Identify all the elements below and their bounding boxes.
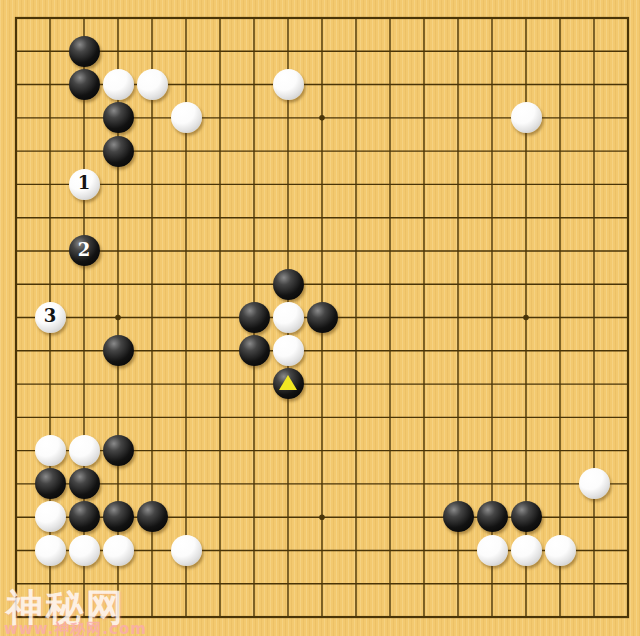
intersection-5-9 (169, 301, 203, 334)
intersection-5-1 (169, 35, 203, 68)
intersection-18-15 (611, 500, 640, 533)
intersection-8-12 (271, 401, 305, 434)
intersection-18-11 (611, 367, 640, 400)
intersection-5-11 (169, 367, 203, 400)
intersection-0-16 (0, 534, 33, 567)
intersection-7-1 (237, 35, 271, 68)
intersection-18-6 (611, 201, 640, 234)
intersection-11-2 (373, 68, 407, 101)
intersection-14-14 (475, 467, 509, 500)
intersection-1-6 (33, 201, 67, 234)
intersection-13-3 (441, 101, 475, 134)
intersection-5-4 (169, 134, 203, 167)
intersection-13-10 (441, 334, 475, 367)
intersection-12-0 (407, 1, 441, 34)
intersection-17-3 (577, 101, 611, 134)
intersection-6-11 (203, 367, 237, 400)
intersection-9-18 (305, 600, 339, 633)
intersection-2-1 (67, 35, 101, 68)
intersection-15-8 (509, 267, 543, 300)
intersection-1-7 (33, 234, 67, 267)
intersection-18-7 (611, 234, 640, 267)
intersection-18-2 (611, 68, 640, 101)
intersection-11-6 (373, 201, 407, 234)
intersection-9-15 (305, 500, 339, 533)
intersection-17-5 (577, 168, 611, 201)
intersection-4-15 (135, 500, 169, 533)
intersection-2-13 (67, 434, 101, 467)
intersection-9-0 (305, 1, 339, 34)
white-stone (171, 102, 202, 133)
intersection-12-3 (407, 101, 441, 134)
intersection-6-16 (203, 534, 237, 567)
intersection-6-12 (203, 401, 237, 434)
intersection-13-2 (441, 68, 475, 101)
intersection-13-5 (441, 168, 475, 201)
intersection-2-9 (67, 301, 101, 334)
intersection-16-11 (543, 367, 577, 400)
intersection-1-12 (33, 401, 67, 434)
intersection-8-1 (271, 35, 305, 68)
intersection-0-5 (0, 168, 33, 201)
intersection-10-3 (339, 101, 373, 134)
intersection-5-5 (169, 168, 203, 201)
white-stone (35, 535, 66, 566)
intersection-6-8 (203, 267, 237, 300)
intersection-0-1 (0, 35, 33, 68)
intersection-18-18 (611, 600, 640, 633)
intersection-1-14 (33, 467, 67, 500)
intersection-12-1 (407, 35, 441, 68)
intersection-10-2 (339, 68, 373, 101)
black-stone: 2 (69, 235, 100, 266)
intersection-3-11 (101, 367, 135, 400)
intersection-4-17 (135, 567, 169, 600)
black-stone (103, 136, 134, 167)
intersection-4-9 (135, 301, 169, 334)
intersection-9-4 (305, 134, 339, 167)
intersection-6-2 (203, 68, 237, 101)
intersection-18-16 (611, 534, 640, 567)
intersection-7-9 (237, 301, 271, 334)
white-stone (69, 435, 100, 466)
intersection-4-8 (135, 267, 169, 300)
intersection-6-9 (203, 301, 237, 334)
intersection-4-14 (135, 467, 169, 500)
intersection-6-14 (203, 467, 237, 500)
intersection-16-4 (543, 134, 577, 167)
intersection-12-11 (407, 367, 441, 400)
intersection-5-16 (169, 534, 203, 567)
intersection-11-0 (373, 1, 407, 34)
black-stone (35, 468, 66, 499)
intersection-1-15 (33, 500, 67, 533)
intersection-15-3 (509, 101, 543, 134)
intersection-17-12 (577, 401, 611, 434)
intersection-11-8 (373, 267, 407, 300)
intersection-6-4 (203, 134, 237, 167)
intersection-6-3 (203, 101, 237, 134)
intersection-18-14 (611, 467, 640, 500)
intersection-4-16 (135, 534, 169, 567)
intersection-15-17 (509, 567, 543, 600)
intersection-15-16 (509, 534, 543, 567)
intersection-12-14 (407, 467, 441, 500)
intersection-15-7 (509, 234, 543, 267)
intersection-4-3 (135, 101, 169, 134)
intersection-0-9 (0, 301, 33, 334)
intersection-9-5 (305, 168, 339, 201)
intersection-7-16 (237, 534, 271, 567)
intersection-13-18 (441, 600, 475, 633)
intersection-12-4 (407, 134, 441, 167)
intersection-15-1 (509, 35, 543, 68)
intersection-5-2 (169, 68, 203, 101)
intersection-16-7 (543, 234, 577, 267)
intersection-0-0 (0, 1, 33, 34)
intersection-18-17 (611, 567, 640, 600)
intersection-8-3 (271, 101, 305, 134)
intersection-18-9 (611, 301, 640, 334)
white-stone: 3 (35, 302, 66, 333)
intersection-13-11 (441, 367, 475, 400)
black-stone (273, 368, 304, 399)
intersection-16-17 (543, 567, 577, 600)
intersection-15-0 (509, 1, 543, 34)
intersection-5-0 (169, 1, 203, 34)
intersection-7-3 (237, 101, 271, 134)
intersection-16-0 (543, 1, 577, 34)
intersection-11-18 (373, 600, 407, 633)
intersection-12-8 (407, 267, 441, 300)
intersection-14-15 (475, 500, 509, 533)
intersection-2-0 (67, 1, 101, 34)
intersection-9-2 (305, 68, 339, 101)
intersection-12-2 (407, 68, 441, 101)
intersection-8-14 (271, 467, 305, 500)
black-stone (103, 501, 134, 532)
white-stone (273, 335, 304, 366)
intersection-14-0 (475, 1, 509, 34)
intersection-5-15 (169, 500, 203, 533)
intersection-0-6 (0, 201, 33, 234)
intersection-6-1 (203, 35, 237, 68)
black-stone (103, 335, 134, 366)
intersection-18-10 (611, 334, 640, 367)
black-stone (239, 335, 270, 366)
intersection-6-7 (203, 234, 237, 267)
intersection-11-9 (373, 301, 407, 334)
intersection-8-5 (271, 168, 305, 201)
intersection-2-2 (67, 68, 101, 101)
intersection-7-17 (237, 567, 271, 600)
triangle-mark-icon (279, 375, 297, 390)
intersection-14-9 (475, 301, 509, 334)
intersection-5-6 (169, 201, 203, 234)
intersection-10-11 (339, 367, 373, 400)
go-board: 123 神秘网 www.神秘网.com (0, 0, 640, 636)
white-stone (171, 535, 202, 566)
intersection-11-11 (373, 367, 407, 400)
intersection-14-10 (475, 334, 509, 367)
intersection-3-4 (101, 134, 135, 167)
intersection-11-5 (373, 168, 407, 201)
intersection-14-3 (475, 101, 509, 134)
intersection-1-2 (33, 68, 67, 101)
black-stone (511, 501, 542, 532)
intersection-3-16 (101, 534, 135, 567)
intersection-3-8 (101, 267, 135, 300)
intersection-7-10 (237, 334, 271, 367)
intersection-9-17 (305, 567, 339, 600)
intersection-9-13 (305, 434, 339, 467)
intersection-1-0 (33, 1, 67, 34)
intersection-15-4 (509, 134, 543, 167)
black-stone (239, 302, 270, 333)
intersection-8-10 (271, 334, 305, 367)
white-stone (103, 69, 134, 100)
intersection-8-16 (271, 534, 305, 567)
intersection-10-4 (339, 134, 373, 167)
intersection-8-17 (271, 567, 305, 600)
intersection-10-1 (339, 35, 373, 68)
intersection-5-18 (169, 600, 203, 633)
intersection-10-8 (339, 267, 373, 300)
intersection-4-4 (135, 134, 169, 167)
intersection-11-12 (373, 401, 407, 434)
intersection-15-15 (509, 500, 543, 533)
black-stone (307, 302, 338, 333)
intersection-14-13 (475, 434, 509, 467)
intersection-11-13 (373, 434, 407, 467)
intersection-15-2 (509, 68, 543, 101)
intersection-13-15 (441, 500, 475, 533)
black-stone (69, 468, 100, 499)
intersection-7-8 (237, 267, 271, 300)
intersection-12-9 (407, 301, 441, 334)
intersection-10-17 (339, 567, 373, 600)
intersection-17-1 (577, 35, 611, 68)
intersection-17-7 (577, 234, 611, 267)
intersection-18-8 (611, 267, 640, 300)
intersection-0-2 (0, 68, 33, 101)
white-stone: 1 (69, 169, 100, 200)
intersection-12-13 (407, 434, 441, 467)
intersection-2-10 (67, 334, 101, 367)
intersection-0-8 (0, 267, 33, 300)
intersection-11-17 (373, 567, 407, 600)
intersection-7-18 (237, 600, 271, 633)
intersection-8-13 (271, 434, 305, 467)
intersection-18-0 (611, 1, 640, 34)
intersection-8-8 (271, 267, 305, 300)
intersection-18-4 (611, 134, 640, 167)
intersection-11-7 (373, 234, 407, 267)
intersection-0-12 (0, 401, 33, 434)
intersection-8-7 (271, 234, 305, 267)
intersection-4-2 (135, 68, 169, 101)
intersection-14-6 (475, 201, 509, 234)
intersection-7-7 (237, 234, 271, 267)
intersection-16-3 (543, 101, 577, 134)
intersection-10-13 (339, 434, 373, 467)
intersection-9-16 (305, 534, 339, 567)
intersection-13-7 (441, 234, 475, 267)
intersection-14-1 (475, 35, 509, 68)
white-stone (69, 535, 100, 566)
intersection-8-18 (271, 600, 305, 633)
intersection-9-6 (305, 201, 339, 234)
intersection-5-13 (169, 434, 203, 467)
intersection-11-15 (373, 500, 407, 533)
intersection-4-11 (135, 367, 169, 400)
intersection-14-4 (475, 134, 509, 167)
intersection-7-0 (237, 1, 271, 34)
intersection-2-16 (67, 534, 101, 567)
intersection-16-9 (543, 301, 577, 334)
intersection-11-10 (373, 334, 407, 367)
white-stone (103, 535, 134, 566)
intersection-14-17 (475, 567, 509, 600)
intersection-3-12 (101, 401, 135, 434)
intersection-18-3 (611, 101, 640, 134)
intersection-3-6 (101, 201, 135, 234)
intersection-5-8 (169, 267, 203, 300)
intersection-8-9 (271, 301, 305, 334)
intersection-8-0 (271, 1, 305, 34)
intersection-15-12 (509, 401, 543, 434)
intersection-2-3 (67, 101, 101, 134)
intersection-15-5 (509, 168, 543, 201)
intersection-4-5 (135, 168, 169, 201)
intersection-10-14 (339, 467, 373, 500)
intersection-7-13 (237, 434, 271, 467)
intersection-6-13 (203, 434, 237, 467)
intersection-17-13 (577, 434, 611, 467)
intersection-0-14 (0, 467, 33, 500)
intersection-0-7 (0, 234, 33, 267)
intersection-18-12 (611, 401, 640, 434)
white-stone (273, 69, 304, 100)
intersection-2-15 (67, 500, 101, 533)
intersection-12-7 (407, 234, 441, 267)
intersection-5-10 (169, 334, 203, 367)
intersection-17-2 (577, 68, 611, 101)
intersection-8-6 (271, 201, 305, 234)
intersection-4-12 (135, 401, 169, 434)
intersection-16-2 (543, 68, 577, 101)
intersection-15-14 (509, 467, 543, 500)
intersection-16-18 (543, 600, 577, 633)
intersection-3-13 (101, 434, 135, 467)
intersection-6-6 (203, 201, 237, 234)
intersection-10-10 (339, 334, 373, 367)
intersection-8-15 (271, 500, 305, 533)
intersection-3-7 (101, 234, 135, 267)
watermark-url: www.神秘网.com (4, 620, 147, 636)
black-stone (137, 501, 168, 532)
intersection-17-16 (577, 534, 611, 567)
intersection-1-5 (33, 168, 67, 201)
intersection-10-6 (339, 201, 373, 234)
intersection-2-12 (67, 401, 101, 434)
intersection-10-9 (339, 301, 373, 334)
intersection-11-1 (373, 35, 407, 68)
intersection-17-18 (577, 600, 611, 633)
intersection-0-10 (0, 334, 33, 367)
intersection-14-11 (475, 367, 509, 400)
white-stone (477, 535, 508, 566)
intersection-6-18 (203, 600, 237, 633)
intersection-4-7 (135, 234, 169, 267)
intersection-12-6 (407, 201, 441, 234)
intersection-5-3 (169, 101, 203, 134)
intersection-7-15 (237, 500, 271, 533)
intersection-17-14 (577, 467, 611, 500)
intersection-18-1 (611, 35, 640, 68)
intersection-9-14 (305, 467, 339, 500)
black-stone (69, 501, 100, 532)
intersection-13-12 (441, 401, 475, 434)
intersection-3-14 (101, 467, 135, 500)
intersection-6-17 (203, 567, 237, 600)
intersection-16-10 (543, 334, 577, 367)
intersection-12-5 (407, 168, 441, 201)
intersection-3-9 (101, 301, 135, 334)
black-stone (273, 269, 304, 300)
intersection-14-16 (475, 534, 509, 567)
intersection-2-7: 2 (67, 234, 101, 267)
intersection-9-12 (305, 401, 339, 434)
intersection-7-5 (237, 168, 271, 201)
intersection-14-5 (475, 168, 509, 201)
intersection-16-5 (543, 168, 577, 201)
intersection-17-9 (577, 301, 611, 334)
intersection-10-16 (339, 534, 373, 567)
intersection-7-14 (237, 467, 271, 500)
intersection-10-5 (339, 168, 373, 201)
intersection-5-14 (169, 467, 203, 500)
intersection-13-9 (441, 301, 475, 334)
intersection-6-5 (203, 168, 237, 201)
intersection-1-10 (33, 334, 67, 367)
intersection-15-10 (509, 334, 543, 367)
intersection-12-17 (407, 567, 441, 600)
intersection-2-14 (67, 467, 101, 500)
intersection-16-12 (543, 401, 577, 434)
black-stone (69, 36, 100, 67)
intersection-3-3 (101, 101, 135, 134)
intersection-6-15 (203, 500, 237, 533)
intersection-9-7 (305, 234, 339, 267)
intersection-12-12 (407, 401, 441, 434)
intersection-12-15 (407, 500, 441, 533)
intersection-10-15 (339, 500, 373, 533)
intersection-15-18 (509, 600, 543, 633)
intersection-10-7 (339, 234, 373, 267)
intersection-16-1 (543, 35, 577, 68)
intersection-14-12 (475, 401, 509, 434)
intersection-5-12 (169, 401, 203, 434)
intersection-5-17 (169, 567, 203, 600)
white-stone (35, 435, 66, 466)
intersection-0-4 (0, 134, 33, 167)
intersection-15-6 (509, 201, 543, 234)
intersection-17-17 (577, 567, 611, 600)
intersection-11-3 (373, 101, 407, 134)
move-number-label: 2 (78, 241, 91, 259)
intersection-1-9: 3 (33, 301, 67, 334)
